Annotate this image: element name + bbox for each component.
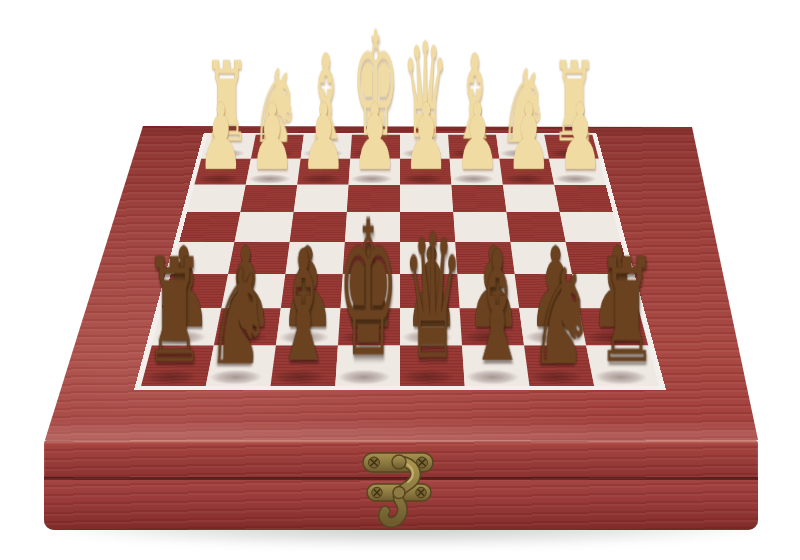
board-grid: ♜♞♝♚♛♝♞♜♟♟♟♟♟♟♟♟♟♟♟♟♟♟♟♟♜♞♝♚♛♝♞♜ [141,135,659,386]
piece-black-knight[interactable]: ♞ [202,253,275,385]
square-h3[interactable] [187,185,246,213]
piece-white-pawn[interactable]: ♟ [503,92,554,184]
latch [355,446,445,538]
square-b2[interactable]: ♟ [499,159,554,185]
piece-black-rook[interactable]: ♜ [593,242,660,385]
square-g3[interactable] [240,185,297,213]
square-a3[interactable] [554,185,613,213]
square-f8[interactable]: ♝ [271,346,338,387]
chess-board: ♜♞♝♚♛♝♞♜♟♟♟♟♟♟♟♟♟♟♟♟♟♟♟♟♜♞♝♚♛♝♞♜ [134,133,666,390]
piece-black-knight[interactable]: ♞ [525,253,598,385]
square-c8[interactable]: ♝ [462,346,529,387]
square-a8[interactable]: ♜ [586,346,659,387]
square-c2[interactable]: ♟ [450,159,503,185]
square-a2[interactable]: ♟ [549,159,606,185]
piece-white-pawn[interactable]: ♟ [400,92,451,184]
piece-white-pawn[interactable]: ♟ [246,92,297,184]
piece-white-pawn[interactable]: ♟ [452,92,503,184]
piece-white-pawn[interactable]: ♟ [554,92,605,184]
piece-white-pawn[interactable]: ♟ [195,92,246,184]
square-b8[interactable]: ♞ [524,346,594,387]
piece-black-queen[interactable]: ♛ [399,214,467,385]
square-b3[interactable] [503,185,560,213]
scene: ♜♞♝♚♛♝♞♜♟♟♟♟♟♟♟♟♟♟♟♟♟♟♟♟♜♞♝♚♛♝♞♜ [0,0,800,560]
square-d8[interactable]: ♛ [400,346,465,387]
piece-black-king[interactable]: ♚ [334,198,402,385]
piece-black-rook[interactable]: ♜ [140,242,207,385]
square-e8[interactable]: ♚ [335,346,400,387]
piece-black-bishop[interactable]: ♝ [465,232,529,385]
piece-white-pawn[interactable]: ♟ [349,92,400,184]
piece-white-pawn[interactable]: ♟ [298,92,349,184]
piece-black-bishop[interactable]: ♝ [271,232,335,385]
square-g8[interactable]: ♞ [206,346,276,387]
square-d2[interactable]: ♟ [400,159,451,185]
square-h2[interactable]: ♟ [194,159,251,185]
square-g2[interactable]: ♟ [246,159,301,185]
